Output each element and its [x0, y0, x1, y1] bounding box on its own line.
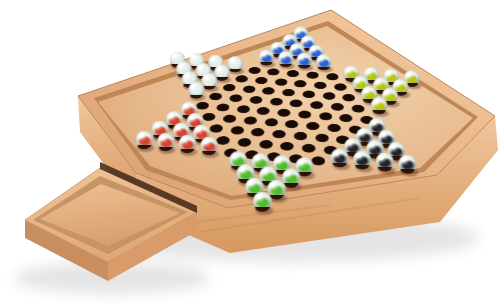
board-cell	[259, 115, 282, 127]
hole[interactable]	[297, 109, 312, 118]
hole[interactable]	[269, 97, 284, 106]
hole[interactable]	[293, 130, 308, 140]
board-cell	[249, 198, 275, 214]
hole[interactable]	[215, 102, 230, 111]
marble-yellow[interactable]	[370, 96, 387, 113]
board-cell	[318, 89, 340, 101]
hole[interactable]	[313, 81, 327, 89]
hole[interactable]	[318, 111, 332, 120]
hole[interactable]	[228, 93, 243, 102]
board-cell	[293, 108, 316, 120]
hole[interactable]	[254, 76, 268, 84]
hole[interactable]	[264, 117, 279, 126]
board-cell	[338, 91, 360, 103]
hole[interactable]	[222, 113, 237, 122]
board-cell	[272, 106, 295, 118]
board-cell	[301, 119, 324, 132]
hole[interactable]	[342, 93, 356, 102]
product-photo-scene	[0, 0, 500, 305]
board-cell	[373, 159, 396, 173]
board-cell	[277, 86, 299, 97]
hole[interactable]	[289, 98, 303, 107]
hole[interactable]	[286, 69, 300, 77]
hole[interactable]	[330, 102, 344, 111]
board-cell	[350, 157, 374, 171]
hole[interactable]	[249, 95, 264, 104]
board-cell	[326, 100, 348, 112]
hole[interactable]	[284, 119, 299, 128]
board-cell	[275, 139, 299, 152]
hole[interactable]	[306, 121, 321, 130]
board-cell	[132, 138, 158, 151]
hole[interactable]	[235, 104, 250, 113]
hole[interactable]	[301, 89, 315, 98]
hole[interactable]	[243, 115, 258, 124]
board-cell	[252, 104, 275, 116]
hole[interactable]	[247, 66, 261, 74]
hole[interactable]	[281, 88, 295, 97]
hole[interactable]	[208, 91, 223, 100]
hole[interactable]	[310, 100, 324, 109]
hole[interactable]	[276, 107, 291, 116]
hole[interactable]	[256, 106, 271, 115]
hole[interactable]	[234, 74, 248, 82]
board-cell	[328, 155, 352, 169]
hole[interactable]	[351, 103, 365, 112]
board-cell	[368, 104, 390, 116]
hole[interactable]	[327, 122, 342, 131]
hole[interactable]	[339, 113, 353, 122]
board-cell	[323, 121, 346, 134]
board-cell	[254, 137, 278, 150]
hole[interactable]	[333, 82, 347, 90]
hole[interactable]	[266, 67, 280, 75]
hole[interactable]	[241, 84, 256, 92]
hole[interactable]	[250, 127, 265, 137]
board-cell	[395, 161, 418, 175]
hole[interactable]	[261, 86, 275, 94]
board-cell	[211, 101, 235, 113]
hole[interactable]	[229, 125, 245, 134]
hole[interactable]	[322, 91, 336, 100]
hole[interactable]	[258, 139, 274, 149]
hole[interactable]	[294, 79, 308, 87]
hole[interactable]	[274, 77, 288, 85]
board-cell	[244, 93, 267, 105]
hole[interactable]	[325, 72, 338, 80]
hole[interactable]	[314, 132, 329, 142]
board-cell	[302, 69, 323, 80]
board-cell	[225, 123, 249, 136]
hole[interactable]	[301, 143, 316, 153]
hole[interactable]	[222, 83, 237, 91]
hole[interactable]	[236, 137, 252, 147]
hole[interactable]	[280, 141, 295, 151]
hole[interactable]	[271, 129, 286, 139]
board-cell	[231, 102, 254, 114]
hole[interactable]	[305, 70, 319, 78]
hole[interactable]	[208, 123, 224, 132]
